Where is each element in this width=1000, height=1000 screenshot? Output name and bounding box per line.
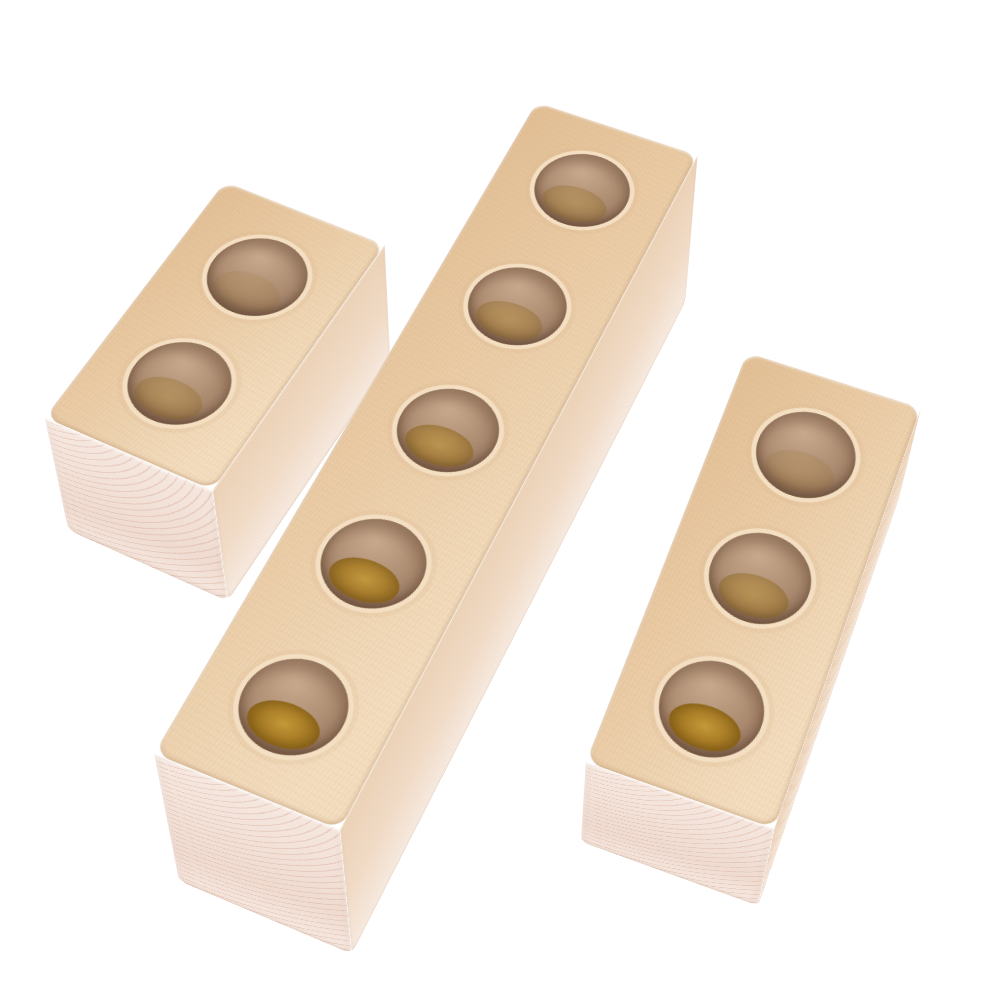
- hole-amber-floor: [535, 178, 613, 229]
- hole-amber-floor: [320, 549, 408, 612]
- hole-amber-floor: [205, 263, 289, 319]
- hole-amber-floor: [397, 417, 481, 476]
- cylinder-hole: [452, 255, 582, 358]
- cylinder-hole: [188, 225, 326, 329]
- product-photo-canvas: [0, 0, 1000, 1000]
- hole-amber-floor: [760, 442, 840, 500]
- cylinder-hole: [743, 400, 868, 511]
- hole-amber-floor: [238, 691, 329, 759]
- block-top-face: [586, 352, 921, 828]
- cylinder-hole: [108, 328, 251, 439]
- cylinder-hole: [645, 647, 778, 772]
- cylinder-hole: [303, 505, 444, 623]
- cylinder-hole: [219, 644, 366, 772]
- cylinder-hole: [695, 520, 824, 638]
- hole-amber-floor: [662, 695, 747, 760]
- cylinder-hole: [380, 376, 515, 486]
- hole-amber-floor: [125, 368, 212, 428]
- hole-amber-floor: [712, 565, 795, 627]
- cylinder-hole: [519, 143, 644, 239]
- hole-amber-floor: [468, 293, 549, 348]
